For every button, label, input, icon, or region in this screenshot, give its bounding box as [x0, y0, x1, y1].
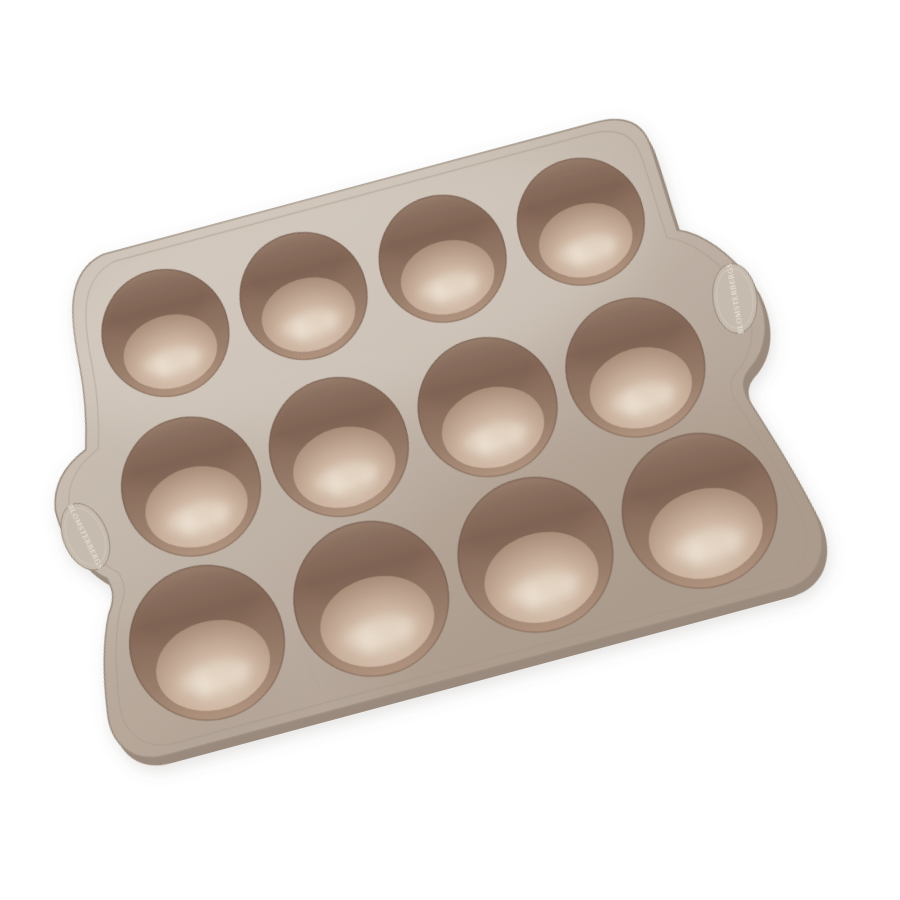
muffin-pan: BLOMSTERBERGS BLOMSTERBERGS	[0, 0, 900, 900]
pan-body: BLOMSTERBERGS BLOMSTERBERGS	[0, 55, 900, 863]
muffin-pan-photo: BLOMSTERBERGS BLOMSTERBERGS	[0, 0, 900, 900]
